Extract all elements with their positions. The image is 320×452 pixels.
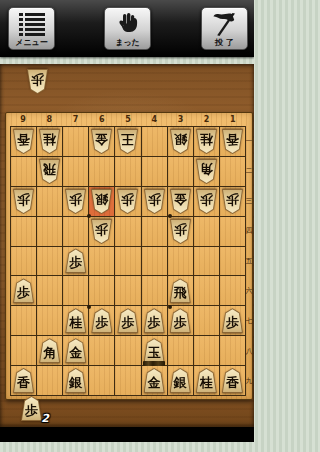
menu-button-label: メニュー [15, 39, 48, 47]
square-34[interactable]: 歩 [168, 217, 193, 246]
square-78[interactable]: 金 [63, 336, 88, 365]
gote-piece-歩[interactable]: 歩 [196, 189, 217, 214]
square-77[interactable]: 桂 [63, 306, 88, 335]
square-44[interactable] [142, 217, 167, 246]
toolbar: メニュー まった 投 了 [0, 0, 254, 57]
square-56[interactable] [115, 276, 140, 305]
gote-piece-歩[interactable]: 歩 [13, 189, 34, 214]
square-66[interactable] [89, 276, 114, 305]
gote-piece-歩[interactable]: 歩 [65, 189, 86, 214]
square-13[interactable]: 歩 [220, 187, 245, 216]
square-95[interactable] [11, 247, 36, 276]
gote-piece-王[interactable]: 王 [117, 129, 138, 154]
square-92[interactable] [11, 157, 36, 186]
bottom-black-bar [0, 427, 254, 442]
app-root: { "game": "shogi", "toolbar": { "buttons… [0, 0, 254, 452]
menu-button[interactable]: メニュー [8, 7, 55, 50]
square-29[interactable]: 桂 [194, 366, 219, 395]
square-42[interactable] [142, 157, 167, 186]
square-81[interactable]: 桂 [37, 127, 62, 156]
sente-piece-銀[interactable]: 銀 [65, 368, 86, 393]
sente-piece-香[interactable]: 香 [222, 368, 243, 393]
square-23[interactable]: 歩 [194, 187, 219, 216]
file-label: 2 [194, 114, 220, 125]
gote-piece-歩[interactable]: 歩 [117, 189, 138, 214]
square-89[interactable] [37, 366, 62, 395]
file-label: 6 [89, 114, 115, 125]
square-85[interactable] [37, 247, 62, 276]
star-point [168, 305, 172, 309]
square-31[interactable]: 銀 [168, 127, 193, 156]
square-36[interactable]: 飛 [168, 276, 193, 305]
square-68[interactable] [89, 336, 114, 365]
file-labels: 987654321 [10, 114, 246, 125]
square-19[interactable]: 香 [220, 366, 245, 395]
file-label: 8 [36, 114, 62, 125]
sente-piece-歩[interactable]: 歩 [13, 278, 34, 303]
sente-piece-銀[interactable]: 銀 [170, 368, 191, 393]
sente-piece-桂[interactable]: 桂 [65, 308, 86, 333]
square-15[interactable] [220, 247, 245, 276]
square-57[interactable]: 歩 [115, 306, 140, 335]
square-79[interactable]: 銀 [63, 366, 88, 395]
board-wood-panel: 歩 987654321 一二三四五六七八九 香桂金王銀桂香飛角歩歩銀歩歩金歩歩歩… [0, 64, 254, 427]
square-62[interactable] [89, 157, 114, 186]
square-97[interactable] [11, 306, 36, 335]
sente-piece-歩[interactable]: 歩 [170, 308, 191, 333]
square-64[interactable]: 歩 [89, 217, 114, 246]
rank-label: 一 [245, 126, 253, 156]
star-point [87, 214, 91, 218]
sente-piece-歩[interactable]: 歩 [117, 308, 138, 333]
hand-piece-count: 2 [41, 412, 49, 425]
square-83[interactable] [37, 187, 62, 216]
square-37[interactable]: 歩 [168, 306, 193, 335]
square-52[interactable] [115, 157, 140, 186]
square-55[interactable] [115, 247, 140, 276]
hand-icon [115, 12, 141, 38]
square-49[interactable]: 金 [142, 366, 167, 395]
square-58[interactable] [115, 336, 140, 365]
matta-button-label: まった [115, 39, 140, 47]
square-21[interactable]: 桂 [194, 127, 219, 156]
square-65[interactable] [89, 247, 114, 276]
gote-piece-歩[interactable]: 歩 [170, 219, 191, 244]
resign-button-label: 投 了 [215, 39, 234, 47]
square-88[interactable]: 角 [37, 336, 62, 365]
sente-hand-slot[interactable]: 歩2 [21, 396, 42, 421]
gote-piece-桂[interactable]: 桂 [39, 129, 60, 154]
square-39[interactable]: 銀 [168, 366, 193, 395]
square-41[interactable] [142, 127, 167, 156]
sente-piece-角[interactable]: 角 [39, 338, 60, 363]
gote-piece-銀[interactable]: 銀 [170, 129, 191, 154]
rank-label: 八 [245, 336, 253, 366]
square-25[interactable] [194, 247, 219, 276]
rank-label: 七 [245, 306, 253, 336]
square-35[interactable] [168, 247, 193, 276]
rank-label: 二 [245, 156, 253, 186]
sente-piece-歩[interactable]: 歩 [21, 396, 42, 421]
resign-button[interactable]: 投 了 [201, 7, 248, 50]
square-96[interactable]: 歩 [11, 276, 36, 305]
square-17[interactable]: 歩 [220, 306, 245, 335]
gote-piece-角[interactable]: 角 [196, 159, 217, 184]
rank-label: 五 [245, 246, 253, 276]
gote-hand: 歩 [27, 69, 48, 94]
square-73[interactable]: 歩 [63, 187, 88, 216]
rank-labels: 一二三四五六七八九 [245, 126, 253, 396]
square-87[interactable] [37, 306, 62, 335]
file-label: 3 [167, 114, 193, 125]
square-16[interactable] [220, 276, 245, 305]
square-26[interactable] [194, 276, 219, 305]
sente-piece-玉[interactable]: 玉 [144, 338, 165, 363]
gote-piece-銀[interactable]: 銀 [91, 189, 112, 214]
star-point [168, 214, 172, 218]
square-53[interactable]: 歩 [115, 187, 140, 216]
gote-piece-歩[interactable]: 歩 [91, 219, 112, 244]
square-63[interactable]: 銀 [89, 187, 114, 216]
gote-piece-香[interactable]: 香 [222, 129, 243, 154]
square-59[interactable] [115, 366, 140, 395]
square-51[interactable]: 王 [115, 127, 140, 156]
square-82[interactable]: 飛 [37, 157, 62, 186]
rank-label: 九 [245, 366, 253, 396]
rank-label: 三 [245, 186, 253, 216]
square-18[interactable] [220, 336, 245, 365]
square-12[interactable] [220, 157, 245, 186]
square-33[interactable]: 金 [168, 187, 193, 216]
square-32[interactable] [168, 157, 193, 186]
square-99[interactable]: 香 [11, 366, 36, 395]
square-86[interactable] [37, 276, 62, 305]
sente-piece-桂[interactable]: 桂 [196, 368, 217, 393]
sente-piece-香[interactable]: 香 [13, 368, 34, 393]
square-72[interactable] [63, 157, 88, 186]
gote-piece-歩[interactable]: 歩 [222, 189, 243, 214]
board-grid: 香桂金王銀桂香飛角歩歩銀歩歩金歩歩歩歩歩歩飛桂歩歩歩歩歩角金玉香銀金銀桂香 [10, 126, 246, 396]
square-98[interactable] [11, 336, 36, 365]
sente-piece-歩[interactable]: 歩 [91, 308, 112, 333]
square-43[interactable]: 歩 [142, 187, 167, 216]
square-47[interactable]: 歩 [142, 306, 167, 335]
gote-piece-桂[interactable]: 桂 [196, 129, 217, 154]
file-label: 7 [62, 114, 88, 125]
sente-piece-金[interactable]: 金 [144, 368, 165, 393]
square-91[interactable]: 香 [11, 127, 36, 156]
gote-piece-香[interactable]: 香 [13, 129, 34, 154]
sente-hand: 歩2 [21, 396, 42, 421]
sente-piece-飛[interactable]: 飛 [170, 278, 191, 303]
square-76[interactable] [63, 276, 88, 305]
square-94[interactable] [11, 217, 36, 246]
king-nameplate [143, 361, 165, 366]
sente-piece-金[interactable]: 金 [65, 338, 86, 363]
square-14[interactable] [220, 217, 245, 246]
square-46[interactable] [142, 276, 167, 305]
square-27[interactable] [194, 306, 219, 335]
matta-takeback-button[interactable]: まった [104, 7, 151, 50]
file-label: 9 [10, 114, 36, 125]
rank-label: 四 [245, 216, 253, 246]
menu-list-icon [17, 12, 47, 38]
gote-piece-金[interactable]: 金 [91, 129, 112, 154]
square-38[interactable] [168, 336, 193, 365]
file-label: 4 [141, 114, 167, 125]
square-48[interactable]: 玉 [142, 336, 167, 365]
gote-piece-歩[interactable]: 歩 [144, 189, 165, 214]
square-69[interactable] [89, 366, 114, 395]
sente-piece-歩[interactable]: 歩 [222, 308, 243, 333]
square-11[interactable]: 香 [220, 127, 245, 156]
square-84[interactable] [37, 217, 62, 246]
file-label: 1 [220, 114, 246, 125]
square-22[interactable]: 角 [194, 157, 219, 186]
star-point [87, 305, 91, 309]
square-74[interactable] [63, 217, 88, 246]
gote-piece-歩[interactable]: 歩 [27, 69, 48, 94]
square-75[interactable]: 歩 [63, 247, 88, 276]
gote-hand-slot[interactable]: 歩 [27, 69, 48, 94]
square-24[interactable] [194, 217, 219, 246]
square-71[interactable] [63, 127, 88, 156]
board-panel: 987654321 一二三四五六七八九 香桂金王銀桂香飛角歩歩銀歩歩金歩歩歩歩歩… [5, 112, 253, 400]
gote-piece-金[interactable]: 金 [170, 189, 191, 214]
square-45[interactable] [142, 247, 167, 276]
file-label: 5 [115, 114, 141, 125]
gote-piece-飛[interactable]: 飛 [39, 159, 60, 184]
square-93[interactable]: 歩 [11, 187, 36, 216]
sente-piece-歩[interactable]: 歩 [144, 308, 165, 333]
sente-piece-歩[interactable]: 歩 [65, 248, 86, 273]
rank-label: 六 [245, 276, 253, 306]
square-28[interactable] [194, 336, 219, 365]
flag-icon [211, 12, 239, 38]
square-54[interactable] [115, 217, 140, 246]
square-61[interactable]: 金 [89, 127, 114, 156]
square-67[interactable]: 歩 [89, 306, 114, 335]
